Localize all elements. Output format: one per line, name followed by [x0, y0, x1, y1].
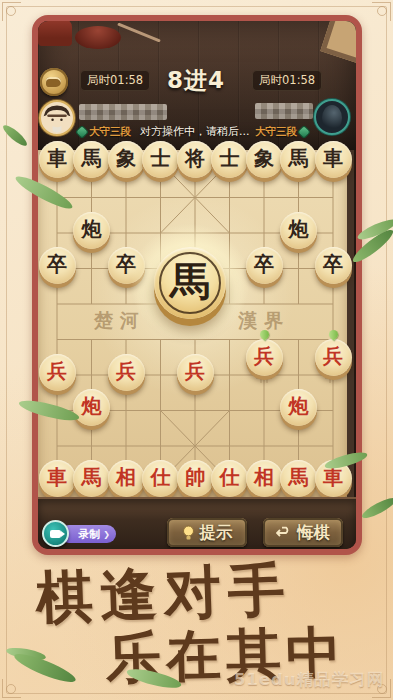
xiangqi-piece-炮[interactable]: 炮 — [280, 212, 317, 249]
xiangqi-piece-馬[interactable]: 馬 — [280, 141, 317, 178]
piece-glyph: 炮 — [82, 219, 102, 239]
promo-page: 局时01:58 8进4 局时01:58 大守三段 对方操作中，请稍后... — [0, 0, 393, 700]
xiangqi-piece-相[interactable]: 相 — [108, 460, 145, 497]
piece-glyph: 将 — [185, 148, 205, 168]
moving-piece-horse[interactable]: 馬 — [154, 247, 226, 319]
xiangqi-piece-馬[interactable]: 馬 — [73, 141, 110, 178]
xiangqi-piece-車[interactable]: 車 — [39, 460, 76, 497]
table-prop-picture-frame — [320, 15, 362, 65]
piece-glyph: 卒 — [116, 254, 136, 274]
piece-glyph: 象 — [116, 148, 136, 168]
opponent-status-text: 对方操作中，请稍后... — [140, 124, 260, 139]
table-prop-stick — [117, 22, 161, 42]
xiangqi-piece-帥[interactable]: 帥 — [177, 460, 214, 497]
left-player-avatar[interactable] — [39, 100, 75, 136]
piece-glyph: 象 — [254, 148, 274, 168]
piece-glyph: 炮 — [289, 219, 309, 239]
rank-gem-icon — [298, 126, 309, 137]
piece-glyph: 卒 — [323, 254, 343, 274]
piece-glyph: 相 — [254, 467, 274, 487]
xiangqi-piece-馬[interactable]: 馬 — [73, 460, 110, 497]
piece-glyph: 兵 — [254, 346, 274, 366]
piece-glyph: 馬 — [82, 467, 102, 487]
record-label: 录制 — [78, 527, 100, 542]
right-player-rank-badge: 大守三段 — [255, 125, 308, 138]
hint-button[interactable]: 提示 — [167, 518, 247, 547]
watermark: 51edu精品学习网 — [234, 669, 384, 691]
xiangqi-piece-士[interactable]: 士 — [142, 141, 179, 178]
piece-glyph: 卒 — [254, 254, 274, 274]
lightbulb-icon — [182, 525, 195, 541]
piece-glyph: 兵 — [185, 361, 205, 381]
undo-arrow-icon — [276, 526, 292, 540]
xiangqi-piece-炮[interactable]: 炮 — [73, 212, 110, 249]
moving-piece-glyph: 馬 — [170, 261, 210, 301]
right-player-avatar[interactable] — [314, 99, 350, 135]
piece-glyph: 兵 — [47, 361, 67, 381]
bamboo-leaf — [360, 495, 393, 522]
right-timer-label: 局时 — [259, 73, 282, 87]
piece-glyph: 兵 — [323, 346, 343, 366]
xiangqi-piece-相[interactable]: 相 — [246, 460, 283, 497]
xiangqi-piece-卒[interactable]: 卒 — [108, 247, 145, 284]
right-timer: 局时01:58 — [252, 70, 322, 91]
piece-glyph: 炮 — [289, 396, 309, 416]
xiangqi-piece-馬[interactable]: 馬 — [280, 460, 317, 497]
xiangqi-piece-象[interactable]: 象 — [246, 141, 283, 178]
xiangqi-piece-兵[interactable]: 兵 — [39, 354, 76, 391]
tournament-stage: 8进4 — [156, 65, 236, 96]
xiangqi-piece-仕[interactable]: 仕 — [211, 460, 248, 497]
piece-glyph: 仕 — [220, 467, 240, 487]
xiangqi-piece-兵[interactable]: 兵 — [315, 339, 352, 376]
piece-glyph: 炮 — [82, 396, 102, 416]
game-screenshot-panel: 局时01:58 8进4 局时01:58 大守三段 对方操作中，请稍后... — [32, 15, 362, 555]
xiangqi-piece-卒[interactable]: 卒 — [246, 247, 283, 284]
left-timer-label: 局时 — [87, 73, 110, 87]
corner-ornament — [2, 679, 21, 698]
piece-glyph: 卒 — [47, 254, 67, 274]
left-player-rank-badge: 大守三段 — [78, 125, 131, 138]
piece-glyph: 車 — [323, 148, 343, 168]
game-header: 局时01:58 8进4 局时01:58 大守三段 对方操作中，请稍后... — [38, 21, 356, 150]
corner-ornament — [372, 2, 391, 21]
piece-glyph: 車 — [47, 467, 67, 487]
piece-glyph: 馬 — [289, 148, 309, 168]
xiangqi-piece-兵[interactable]: 兵 — [177, 354, 214, 391]
rank-gem-icon — [76, 126, 87, 137]
piece-glyph: 馬 — [289, 467, 309, 487]
right-timer-value: 01:58 — [282, 73, 315, 87]
piece-glyph: 兵 — [116, 361, 136, 381]
xiangqi-piece-炮[interactable]: 炮 — [280, 389, 317, 426]
xiangqi-piece-卒[interactable]: 卒 — [315, 247, 352, 284]
record-camera-button[interactable] — [42, 520, 69, 547]
piece-glyph: 車 — [47, 148, 67, 168]
table-prop-red-box — [38, 19, 72, 46]
xiangqi-piece-兵[interactable]: 兵 — [246, 339, 283, 376]
undo-button[interactable]: 悔棋 — [263, 518, 343, 547]
hint-label: 提示 — [200, 522, 233, 544]
bamboo-leaf — [1, 122, 30, 148]
piece-glyph: 馬 — [82, 148, 102, 168]
xiangqi-piece-士[interactable]: 士 — [211, 141, 248, 178]
xiangqi-piece-車[interactable]: 車 — [315, 141, 352, 178]
xiangqi-piece-将[interactable]: 将 — [177, 141, 214, 178]
piece-glyph: 士 — [220, 148, 240, 168]
video-camera-icon — [50, 530, 61, 538]
piece-glyph: 士 — [151, 148, 171, 168]
chevron-right-icon: ❯ — [103, 530, 110, 539]
undo-label: 悔棋 — [297, 522, 330, 544]
xiangqi-piece-象[interactable]: 象 — [108, 141, 145, 178]
piece-glyph: 仕 — [151, 467, 171, 487]
xiangqi-piece-卒[interactable]: 卒 — [39, 247, 76, 284]
xiangqi-piece-車[interactable]: 車 — [39, 141, 76, 178]
old-man-face — [41, 102, 73, 134]
xiangqi-piece-炮[interactable]: 炮 — [73, 389, 110, 426]
right-player-name-censored — [255, 103, 313, 119]
piece-glyph: 相 — [116, 467, 136, 487]
board[interactable]: 楚河 漢界 車馬象士将士象馬車炮炮卒卒卒卒卒兵兵兵兵兵炮炮車馬相仕帥仕相馬車 馬 — [38, 150, 347, 497]
xiangqi-piece-兵[interactable]: 兵 — [108, 354, 145, 391]
left-player-name-censored — [79, 104, 167, 120]
piece-glyph: 帥 — [185, 467, 205, 487]
xiangqi-piece-仕[interactable]: 仕 — [142, 460, 179, 497]
corner-ornament — [2, 2, 21, 21]
river-label-left: 楚河 — [94, 308, 146, 334]
right-rank-text: 大守三段 — [255, 125, 297, 139]
left-timer: 局时01:58 — [80, 70, 150, 91]
left-timer-value: 01:58 — [110, 73, 143, 87]
piece-glyph: 車 — [323, 467, 343, 487]
table-prop-bowl — [75, 26, 121, 49]
left-rank-text: 大守三段 — [89, 125, 131, 139]
greeting-coin-icon[interactable] — [40, 68, 68, 96]
board-grid — [38, 150, 347, 497]
